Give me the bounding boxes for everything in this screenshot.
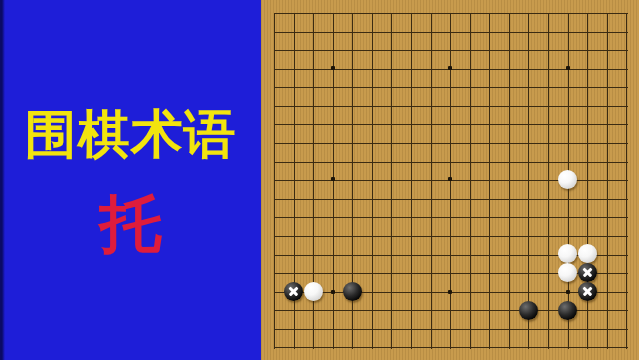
black-stone [519, 301, 538, 320]
black-stone [558, 301, 577, 320]
star-point [331, 177, 335, 181]
black-stone-marked [578, 263, 597, 282]
white-stone [578, 244, 597, 263]
panel-term: 托 [0, 190, 261, 258]
star-point [448, 177, 452, 181]
white-stone [558, 170, 577, 189]
star-point [448, 66, 452, 70]
board-intersections [264, 4, 636, 357]
go-board [261, 0, 639, 360]
x-mark-icon [578, 263, 597, 282]
black-stone-marked [578, 282, 597, 301]
black-stone [343, 282, 362, 301]
panel-title: 围棋术语 [0, 102, 261, 166]
white-stone [304, 282, 323, 301]
star-point [331, 290, 335, 294]
x-mark-icon [578, 282, 597, 301]
star-point [566, 290, 570, 294]
white-stone [558, 263, 577, 282]
star-point [331, 66, 335, 70]
x-mark-icon [284, 282, 303, 301]
star-point [448, 290, 452, 294]
black-stone-marked [284, 282, 303, 301]
term-panel: 围棋术语 托 [0, 0, 261, 360]
white-stone [558, 244, 577, 263]
video-frame: 围棋术语 托 [0, 0, 639, 360]
star-point [566, 66, 570, 70]
